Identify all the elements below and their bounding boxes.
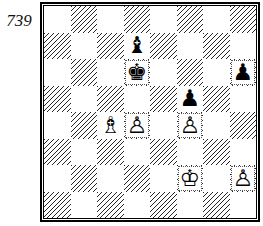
square-c5 (97, 86, 124, 113)
black-pawn: ♟ (179, 87, 200, 110)
square-e4 (150, 112, 177, 139)
square-e1 (150, 192, 177, 219)
square-f6 (177, 59, 204, 86)
square-g3 (203, 139, 230, 166)
square-b1 (71, 192, 98, 219)
diagram-number: 739 (0, 11, 38, 31)
square-c6 (97, 59, 124, 86)
square-a4 (44, 112, 71, 139)
square-h3 (230, 139, 257, 166)
square-d4: ♙ (124, 112, 151, 139)
square-g8 (203, 6, 230, 33)
square-h2: ♙ (230, 165, 257, 192)
square-h1 (230, 192, 257, 219)
square-b3 (71, 139, 98, 166)
black-king: ♚ (126, 61, 147, 84)
square-h8 (230, 6, 257, 33)
square-a2 (44, 165, 71, 192)
square-g7 (203, 33, 230, 60)
square-h7 (230, 33, 257, 60)
white-pawn: ♙ (179, 114, 200, 137)
square-d6: ♚ (124, 59, 151, 86)
square-f7 (177, 33, 204, 60)
square-e8 (150, 6, 177, 33)
white-pawn: ♙ (126, 114, 147, 137)
square-g2 (203, 165, 230, 192)
square-d5 (124, 86, 151, 113)
square-c4: ♗ (97, 112, 124, 139)
square-d3 (124, 139, 151, 166)
square-b5 (71, 86, 98, 113)
square-d8 (124, 6, 151, 33)
square-a5 (44, 86, 71, 113)
square-e2 (150, 165, 177, 192)
square-a1 (44, 192, 71, 219)
square-e5 (150, 86, 177, 113)
square-c7 (97, 33, 124, 60)
square-f1 (177, 192, 204, 219)
square-d2 (124, 165, 151, 192)
square-a7 (44, 33, 71, 60)
square-e7 (150, 33, 177, 60)
square-e3 (150, 139, 177, 166)
square-b7 (71, 33, 98, 60)
square-c2 (97, 165, 124, 192)
chess-board: ♝♚♟♟♗♙♙♔♙ (40, 2, 260, 222)
square-f8 (177, 6, 204, 33)
square-f4: ♙ (177, 112, 204, 139)
square-h4 (230, 112, 257, 139)
square-a3 (44, 139, 71, 166)
square-e6 (150, 59, 177, 86)
square-g4 (203, 112, 230, 139)
square-a8 (44, 6, 71, 33)
square-c1 (97, 192, 124, 219)
black-pawn: ♟ (232, 61, 253, 84)
white-pawn: ♙ (232, 167, 253, 190)
square-b8 (71, 6, 98, 33)
square-a6 (44, 59, 71, 86)
square-f2: ♔ (177, 165, 204, 192)
square-g1 (203, 192, 230, 219)
diagram-page: 739 ♝♚♟♟♗♙♙♔♙ (0, 0, 263, 226)
square-h5 (230, 86, 257, 113)
board-grid: ♝♚♟♟♗♙♙♔♙ (43, 5, 257, 219)
square-h6: ♟ (230, 59, 257, 86)
square-f5: ♟ (177, 86, 204, 113)
square-d1 (124, 192, 151, 219)
square-g6 (203, 59, 230, 86)
square-f3 (177, 139, 204, 166)
black-bishop: ♝ (126, 34, 147, 57)
square-b6 (71, 59, 98, 86)
square-b2 (71, 165, 98, 192)
white-king: ♔ (179, 167, 200, 190)
square-c8 (97, 6, 124, 33)
square-g5 (203, 86, 230, 113)
white-bishop: ♗ (100, 114, 121, 137)
square-c3 (97, 139, 124, 166)
square-b4 (71, 112, 98, 139)
square-d7: ♝ (124, 33, 151, 60)
